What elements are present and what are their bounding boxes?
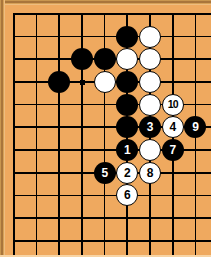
board-point — [116, 93, 139, 116]
board-point: 6 — [116, 184, 139, 207]
stone-white — [139, 48, 161, 70]
board-point: 1 — [116, 139, 139, 162]
board-point — [139, 139, 162, 162]
stone-white — [139, 71, 161, 93]
board-point: 5 — [93, 161, 116, 184]
board-point — [116, 25, 139, 48]
stone-black — [71, 48, 93, 70]
board-point: 3 — [139, 116, 162, 139]
board-point: 2 — [116, 161, 139, 184]
board-point: 8 — [139, 161, 162, 184]
board-edge-top — [0, 0, 211, 5]
stone-white — [139, 26, 161, 48]
stone-black — [116, 116, 138, 138]
stone-black-move-5: 5 — [94, 162, 116, 184]
stone-white — [139, 139, 161, 161]
stone-white-move-10: 10 — [162, 94, 184, 116]
stone-white-move-6: 6 — [116, 184, 138, 206]
stone-black — [116, 94, 138, 116]
stone-black-move-3: 3 — [139, 116, 161, 138]
board-point — [93, 48, 116, 71]
star-point-dot — [80, 80, 85, 85]
board-point — [71, 48, 94, 71]
stone-white — [139, 94, 161, 116]
board-point — [48, 71, 71, 94]
board-point — [116, 71, 139, 94]
board-point — [139, 48, 162, 71]
stone-white-move-4: 4 — [162, 116, 184, 138]
stone-black — [116, 71, 138, 93]
stone-black-move-7: 7 — [162, 139, 184, 161]
board-point — [116, 116, 139, 139]
stones-grid: 10349175286 — [3, 3, 207, 253]
stone-black — [94, 48, 116, 70]
star-point — [71, 71, 94, 94]
go-board: 10349175286 — [0, 0, 211, 257]
stone-black — [48, 71, 70, 93]
board-point — [93, 71, 116, 94]
board-point: 10 — [161, 93, 184, 116]
board-point — [139, 71, 162, 94]
board-edge-left — [0, 0, 5, 257]
board-point: 7 — [161, 139, 184, 162]
stone-white-move-8: 8 — [139, 162, 161, 184]
board-point: 9 — [184, 116, 207, 139]
board-point — [139, 93, 162, 116]
stone-white-move-2: 2 — [116, 162, 138, 184]
stone-white — [94, 71, 116, 93]
stone-white — [116, 48, 138, 70]
board-point — [139, 25, 162, 48]
board-point: 4 — [161, 116, 184, 139]
stone-black-move-1: 1 — [116, 139, 138, 161]
stone-black-move-9: 9 — [184, 116, 206, 138]
stone-black — [116, 26, 138, 48]
board-point — [116, 48, 139, 71]
